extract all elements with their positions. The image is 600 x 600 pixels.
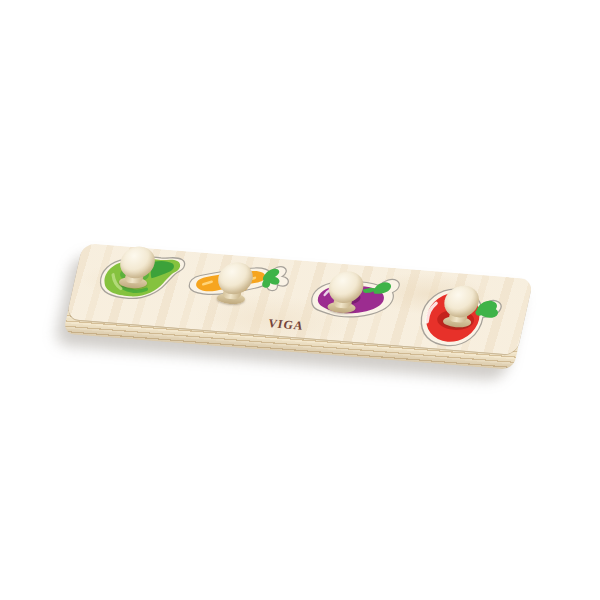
knob-ball bbox=[117, 245, 158, 279]
knob-ball bbox=[326, 270, 367, 304]
knob-ball bbox=[215, 261, 256, 295]
knob-ball bbox=[441, 284, 482, 318]
product-photo: VIGA bbox=[0, 0, 600, 600]
